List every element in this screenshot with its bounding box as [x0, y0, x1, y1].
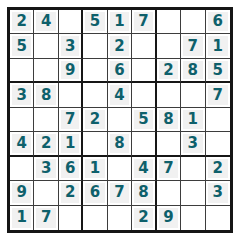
- cell-r8c9[interactable]: 3: [206, 181, 230, 205]
- cell-r2c3[interactable]: 3: [59, 34, 83, 58]
- cell-r2c2[interactable]: [34, 34, 58, 58]
- cell-r1c6[interactable]: 7: [132, 10, 156, 34]
- cell-r9c6[interactable]: 2: [132, 206, 156, 230]
- cell-r3c3[interactable]: 9: [59, 59, 83, 83]
- cell-r9c5[interactable]: [108, 206, 132, 230]
- sudoku-widget: 2451765327196285384772581421833614729267…: [0, 0, 240, 240]
- cell-r6c7[interactable]: [157, 132, 181, 156]
- cell-r7c1[interactable]: [10, 157, 34, 181]
- cell-r6c4[interactable]: [83, 132, 107, 156]
- cell-r7c4[interactable]: 1: [83, 157, 107, 181]
- cell-r9c7[interactable]: 9: [157, 206, 181, 230]
- cell-r8c4[interactable]: 6: [83, 181, 107, 205]
- cell-r5c8[interactable]: 1: [181, 108, 205, 132]
- cell-r9c2[interactable]: 7: [34, 206, 58, 230]
- cell-r5c7[interactable]: 8: [157, 108, 181, 132]
- cell-r7c6[interactable]: 4: [132, 157, 156, 181]
- cell-r4c3[interactable]: [59, 83, 83, 107]
- cell-r3c8[interactable]: 8: [181, 59, 205, 83]
- cell-r1c2[interactable]: 4: [34, 10, 58, 34]
- cell-r1c4[interactable]: 5: [83, 10, 107, 34]
- cell-r1c7[interactable]: [157, 10, 181, 34]
- cell-r2c7[interactable]: [157, 34, 181, 58]
- cell-r6c8[interactable]: 3: [181, 132, 205, 156]
- cell-r3c1[interactable]: [10, 59, 34, 83]
- cell-r6c2[interactable]: 2: [34, 132, 58, 156]
- cell-r7c2[interactable]: 3: [34, 157, 58, 181]
- cell-r4c4[interactable]: [83, 83, 107, 107]
- cell-r9c1[interactable]: 1: [10, 206, 34, 230]
- cell-r5c3[interactable]: 7: [59, 108, 83, 132]
- cell-r5c6[interactable]: 5: [132, 108, 156, 132]
- cell-r1c5[interactable]: 1: [108, 10, 132, 34]
- cell-r6c6[interactable]: [132, 132, 156, 156]
- sudoku-board: 2451765327196285384772581421833614729267…: [7, 7, 233, 233]
- cell-r8c2[interactable]: [34, 181, 58, 205]
- cell-r9c3[interactable]: [59, 206, 83, 230]
- cell-r4c7[interactable]: [157, 83, 181, 107]
- cell-r6c3[interactable]: 1: [59, 132, 83, 156]
- cell-r3c7[interactable]: 2: [157, 59, 181, 83]
- cell-r8c6[interactable]: 8: [132, 181, 156, 205]
- cell-r6c1[interactable]: 4: [10, 132, 34, 156]
- cell-r2c6[interactable]: [132, 34, 156, 58]
- cell-r7c8[interactable]: [181, 157, 205, 181]
- cell-r7c9[interactable]: 2: [206, 157, 230, 181]
- cell-r5c4[interactable]: 2: [83, 108, 107, 132]
- cell-r4c5[interactable]: 4: [108, 83, 132, 107]
- cell-r5c1[interactable]: [10, 108, 34, 132]
- cell-r1c8[interactable]: [181, 10, 205, 34]
- cell-r5c5[interactable]: [108, 108, 132, 132]
- cell-r4c1[interactable]: 3: [10, 83, 34, 107]
- cell-r2c8[interactable]: 7: [181, 34, 205, 58]
- cell-r1c9[interactable]: 6: [206, 10, 230, 34]
- cell-r9c9[interactable]: [206, 206, 230, 230]
- cell-r3c5[interactable]: 6: [108, 59, 132, 83]
- cell-r2c4[interactable]: [83, 34, 107, 58]
- cell-r8c3[interactable]: 2: [59, 181, 83, 205]
- cell-r8c7[interactable]: [157, 181, 181, 205]
- cell-r8c8[interactable]: [181, 181, 205, 205]
- cell-r3c9[interactable]: 5: [206, 59, 230, 83]
- cell-r6c5[interactable]: 8: [108, 132, 132, 156]
- cell-r2c1[interactable]: 5: [10, 34, 34, 58]
- cell-r3c4[interactable]: [83, 59, 107, 83]
- cell-r3c6[interactable]: [132, 59, 156, 83]
- cell-r2c5[interactable]: 2: [108, 34, 132, 58]
- cell-r7c5[interactable]: [108, 157, 132, 181]
- cell-r7c3[interactable]: 6: [59, 157, 83, 181]
- cell-r8c1[interactable]: 9: [10, 181, 34, 205]
- cell-r4c2[interactable]: 8: [34, 83, 58, 107]
- cell-r4c9[interactable]: 7: [206, 83, 230, 107]
- cell-r1c1[interactable]: 2: [10, 10, 34, 34]
- cell-r7c7[interactable]: 7: [157, 157, 181, 181]
- cell-r1c3[interactable]: [59, 10, 83, 34]
- cell-r6c9[interactable]: [206, 132, 230, 156]
- cell-r4c6[interactable]: [132, 83, 156, 107]
- cell-r2c9[interactable]: 1: [206, 34, 230, 58]
- cell-r5c2[interactable]: [34, 108, 58, 132]
- cell-r9c4[interactable]: [83, 206, 107, 230]
- cell-r5c9[interactable]: [206, 108, 230, 132]
- cell-r3c2[interactable]: [34, 59, 58, 83]
- cell-r4c8[interactable]: [181, 83, 205, 107]
- cell-r8c5[interactable]: 7: [108, 181, 132, 205]
- cell-r9c8[interactable]: [181, 206, 205, 230]
